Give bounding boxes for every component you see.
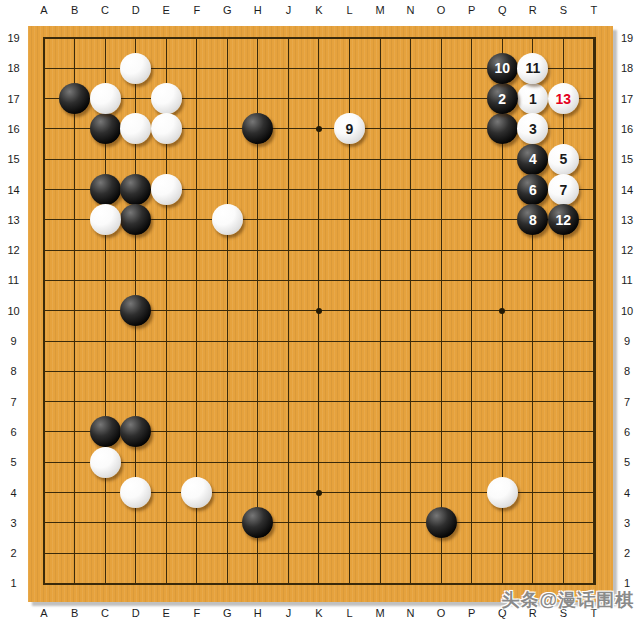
column-label-top: R <box>529 5 537 16</box>
column-label-top: K <box>315 5 322 16</box>
row-label-left: 10 <box>7 305 19 316</box>
black-stone-C16 <box>90 113 121 144</box>
star-point <box>316 126 322 132</box>
column-label-top: O <box>437 5 446 16</box>
move-12-stone-S13: 12 <box>548 204 579 235</box>
black-stone-Q16 <box>487 113 518 144</box>
row-label-right: 6 <box>624 426 630 437</box>
row-label-right: 15 <box>621 154 633 165</box>
black-stone-C14 <box>90 174 121 205</box>
row-label-right: 2 <box>624 548 630 559</box>
star-point <box>316 490 322 496</box>
column-label-top: S <box>560 5 567 16</box>
move-11-stone-R18: 11 <box>517 53 548 84</box>
move-13-stone-S17: 13 <box>548 83 579 114</box>
row-label-left: 5 <box>10 457 16 468</box>
move-7-stone-S14: 7 <box>548 174 579 205</box>
column-label-top: D <box>132 5 140 16</box>
watermark-text: 头条@漫话围棋 <box>501 588 634 612</box>
column-label-top: Q <box>498 5 507 16</box>
row-label-left: 11 <box>8 275 19 286</box>
move-number: 11 <box>525 61 540 75</box>
column-label-bottom: N <box>407 608 415 619</box>
row-label-left: 2 <box>10 548 16 559</box>
column-label-top: P <box>468 5 475 16</box>
move-number: 9 <box>346 122 354 136</box>
row-label-left: 13 <box>7 214 19 225</box>
column-label-bottom: K <box>315 608 322 619</box>
column-label-bottom: F <box>193 608 200 619</box>
column-label-top: C <box>101 5 109 16</box>
column-label-top: N <box>407 5 415 16</box>
column-label-top: E <box>163 5 170 16</box>
move-5-stone-S15: 5 <box>548 144 579 175</box>
move-number: 6 <box>529 183 537 197</box>
row-label-left: 6 <box>10 426 16 437</box>
row-label-left: 8 <box>10 366 16 377</box>
row-label-left: 12 <box>7 245 19 256</box>
column-label-bottom: O <box>437 608 446 619</box>
move-number: 4 <box>529 152 537 166</box>
row-label-right: 16 <box>621 123 633 134</box>
white-stone-E17 <box>151 83 182 114</box>
white-stone-D18 <box>120 53 151 84</box>
row-label-left: 19 <box>7 33 19 44</box>
row-label-right: 17 <box>621 93 633 104</box>
black-stone-O3 <box>426 507 457 538</box>
row-label-right: 13 <box>621 214 633 225</box>
column-label-top: M <box>375 5 384 16</box>
column-label-bottom: L <box>346 608 352 619</box>
move-number: 5 <box>559 152 567 166</box>
move-2-stone-Q17: 2 <box>487 83 518 114</box>
row-label-right: 14 <box>621 184 633 195</box>
black-stone-D14 <box>120 174 151 205</box>
column-label-bottom: J <box>286 608 292 619</box>
white-stone-D4 <box>120 477 151 508</box>
go-diagram: AABBCCDDEEFFGGHHJJKKLLMMNNOOPPQQRRSSTT19… <box>0 0 640 624</box>
black-stone-B17 <box>59 83 90 114</box>
move-number: 1 <box>529 92 537 106</box>
white-stone-C5 <box>90 447 121 478</box>
column-label-bottom: B <box>71 608 78 619</box>
column-label-bottom: A <box>40 608 47 619</box>
row-label-right: 7 <box>624 396 630 407</box>
row-label-right: 10 <box>621 305 633 316</box>
row-label-left: 16 <box>7 123 19 134</box>
row-label-left: 3 <box>10 517 16 528</box>
white-stone-E16 <box>151 113 182 144</box>
column-label-top: B <box>71 5 78 16</box>
row-label-right: 18 <box>621 63 633 74</box>
column-label-bottom: P <box>468 608 475 619</box>
column-label-bottom: C <box>101 608 109 619</box>
star-point <box>316 308 322 314</box>
black-stone-C6 <box>90 416 121 447</box>
column-label-top: T <box>591 5 598 16</box>
row-label-left: 18 <box>7 63 19 74</box>
column-label-top: J <box>286 5 292 16</box>
row-label-left: 7 <box>10 396 16 407</box>
white-stone-E14 <box>151 174 182 205</box>
row-label-right: 8 <box>624 366 630 377</box>
star-point <box>499 308 505 314</box>
move-number: 12 <box>556 213 572 227</box>
column-label-bottom: G <box>223 608 232 619</box>
row-label-left: 17 <box>7 93 19 104</box>
row-label-left: 9 <box>10 336 16 347</box>
move-number: 10 <box>494 61 510 75</box>
move-number: 2 <box>498 92 506 106</box>
row-label-left: 4 <box>10 487 16 498</box>
row-label-left: 14 <box>7 184 19 195</box>
column-label-top: G <box>223 5 232 16</box>
row-label-right: 11 <box>621 275 632 286</box>
move-number: 13 <box>556 92 572 106</box>
column-label-top: A <box>40 5 47 16</box>
column-label-bottom: M <box>375 608 384 619</box>
column-label-top: F <box>193 5 200 16</box>
row-label-right: 9 <box>624 336 630 347</box>
white-stone-Q4 <box>487 477 518 508</box>
white-stone-C17 <box>90 83 121 114</box>
column-label-top: H <box>254 5 262 16</box>
column-label-top: L <box>346 5 352 16</box>
row-label-left: 15 <box>7 154 19 165</box>
move-4-stone-R15: 4 <box>517 144 548 175</box>
row-label-right: 12 <box>621 245 633 256</box>
move-10-stone-Q18: 10 <box>487 53 518 84</box>
move-number: 7 <box>559 183 567 197</box>
move-number: 3 <box>529 122 537 136</box>
column-label-bottom: D <box>132 608 140 619</box>
row-label-right: 3 <box>624 517 630 528</box>
move-number: 8 <box>529 213 537 227</box>
row-label-left: 1 <box>10 578 16 589</box>
column-label-bottom: E <box>163 608 170 619</box>
row-label-right: 5 <box>624 457 630 468</box>
row-label-right: 19 <box>621 33 633 44</box>
white-stone-C13 <box>90 204 121 235</box>
row-label-right: 4 <box>624 487 630 498</box>
column-label-bottom: H <box>254 608 262 619</box>
white-stone-G13 <box>212 204 243 235</box>
